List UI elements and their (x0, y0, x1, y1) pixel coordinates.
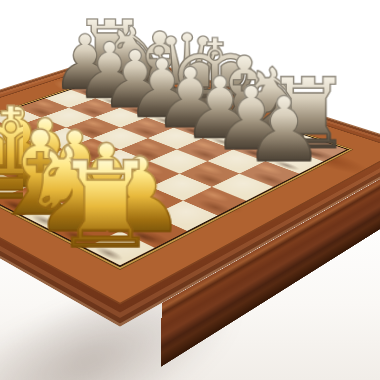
chess-set-photo: ♜♞♝♛♚♝♞♜♟♟♟♟♟♟♟♟♟♟♟♟♟♟♟♟♜♞♝♛♚♝♞♜ (0, 0, 380, 380)
piece-white-rook-h1: ♜ (52, 158, 159, 255)
chess-board: ♜♞♝♛♚♝♞♜♟♟♟♟♟♟♟♟♟♟♟♟♟♟♟♟♜♞♝♛♚♝♞♜ (0, 51, 380, 326)
scene: ♜♞♝♛♚♝♞♜♟♟♟♟♟♟♟♟♟♟♟♟♟♟♟♟♜♞♝♛♚♝♞♜ (0, 0, 380, 380)
piece-black-pawn-h7: ♟ (244, 93, 324, 166)
